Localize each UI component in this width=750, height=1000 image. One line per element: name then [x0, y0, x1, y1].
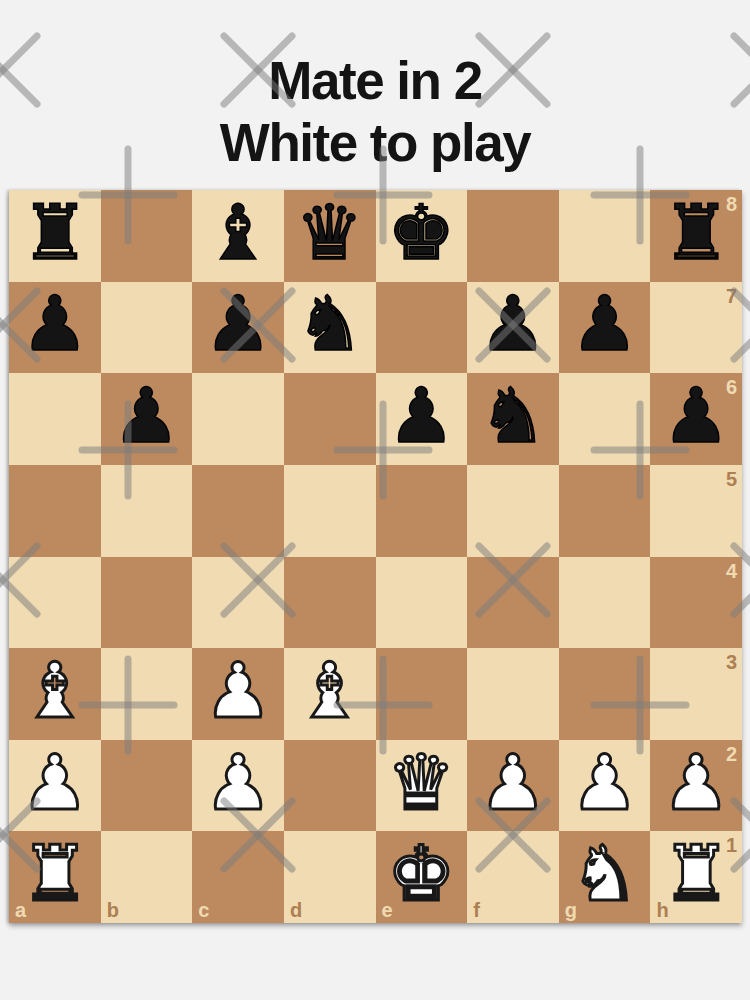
rank-label-8: 8: [726, 194, 737, 214]
square-a5: [9, 465, 101, 557]
square-h1: ♜1h: [650, 831, 742, 923]
square-g8: [559, 190, 651, 282]
puzzle-title-line2: White to play: [0, 112, 750, 174]
square-a8: ♜: [9, 190, 101, 282]
puzzle-title-line1: Mate in 2: [0, 50, 750, 112]
square-d3: ♝: [284, 648, 376, 740]
black-bishop: ♝: [204, 195, 272, 271]
square-f8: [467, 190, 559, 282]
square-g7: ♟: [559, 282, 651, 374]
white-rook: ♜: [21, 836, 89, 912]
black-pawn: ♟: [21, 286, 89, 362]
square-e7: [376, 282, 468, 374]
black-pawn: ♟: [570, 286, 638, 362]
square-f6: ♞: [467, 373, 559, 465]
square-f7: ♟: [467, 282, 559, 374]
square-e1: ♚e: [376, 831, 468, 923]
square-c1: c: [192, 831, 284, 923]
rank-label-3: 3: [726, 652, 737, 672]
square-d2: [284, 740, 376, 832]
square-e8: ♚: [376, 190, 468, 282]
square-f3: [467, 648, 559, 740]
square-e6: ♟: [376, 373, 468, 465]
file-label-c: c: [198, 900, 209, 920]
square-a6: [9, 373, 101, 465]
black-pawn: ♟: [204, 286, 272, 362]
rank-label-7: 7: [726, 286, 737, 306]
black-knight: ♞: [296, 286, 364, 362]
white-bishop: ♝: [21, 653, 89, 729]
square-h5: 5: [650, 465, 742, 557]
file-label-e: e: [382, 900, 393, 920]
square-g2: ♟: [559, 740, 651, 832]
white-pawn: ♟: [21, 745, 89, 821]
square-f5: [467, 465, 559, 557]
square-d5: [284, 465, 376, 557]
square-d1: d: [284, 831, 376, 923]
chess-board: ♜♝♛♚♜8♟♟♞♟♟7♟♟♞♟654♝♟♝3♟♟♛♟♟♟2♜abcd♚ef♞g…: [9, 190, 742, 923]
square-b5: [101, 465, 193, 557]
white-knight: ♞: [570, 836, 638, 912]
square-c6: [192, 373, 284, 465]
square-c3: ♟: [192, 648, 284, 740]
white-queen: ♛: [387, 745, 455, 821]
square-a1: ♜a: [9, 831, 101, 923]
square-g4: [559, 557, 651, 649]
square-c7: ♟: [192, 282, 284, 374]
white-pawn: ♟: [204, 745, 272, 821]
square-c4: [192, 557, 284, 649]
square-b8: [101, 190, 193, 282]
white-pawn: ♟: [570, 745, 638, 821]
file-label-d: d: [290, 900, 302, 920]
square-g6: [559, 373, 651, 465]
square-f2: ♟: [467, 740, 559, 832]
square-d6: [284, 373, 376, 465]
square-h6: ♟6: [650, 373, 742, 465]
square-f4: [467, 557, 559, 649]
file-label-f: f: [473, 900, 480, 920]
square-e2: ♛: [376, 740, 468, 832]
square-b3: [101, 648, 193, 740]
square-b1: b: [101, 831, 193, 923]
square-a3: ♝: [9, 648, 101, 740]
rank-label-6: 6: [726, 377, 737, 397]
square-e3: [376, 648, 468, 740]
black-pawn: ♟: [387, 378, 455, 454]
square-a4: [9, 557, 101, 649]
square-d4: [284, 557, 376, 649]
square-a7: ♟: [9, 282, 101, 374]
square-b6: ♟: [101, 373, 193, 465]
square-b2: [101, 740, 193, 832]
rank-label-4: 4: [726, 561, 737, 581]
square-g3: [559, 648, 651, 740]
square-g1: ♞g: [559, 831, 651, 923]
file-label-b: b: [107, 900, 119, 920]
white-pawn: ♟: [204, 653, 272, 729]
black-queen: ♛: [296, 195, 364, 271]
file-label-h: h: [656, 900, 668, 920]
square-d7: ♞: [284, 282, 376, 374]
square-c5: [192, 465, 284, 557]
square-g5: [559, 465, 651, 557]
square-h3: 3: [650, 648, 742, 740]
square-f1: f: [467, 831, 559, 923]
square-a2: ♟: [9, 740, 101, 832]
black-pawn: ♟: [662, 378, 730, 454]
rank-label-1: 1: [726, 835, 737, 855]
file-label-a: a: [15, 900, 26, 920]
black-knight: ♞: [479, 378, 547, 454]
white-bishop: ♝: [296, 653, 364, 729]
square-e4: [376, 557, 468, 649]
square-c8: ♝: [192, 190, 284, 282]
poster: Mate in 2 White to play ♜♝♛♚♜8♟♟♞♟♟7♟♟♞♟…: [0, 0, 750, 1000]
file-label-g: g: [565, 900, 577, 920]
square-h7: 7: [650, 282, 742, 374]
square-h2: ♟2: [650, 740, 742, 832]
square-h4: 4: [650, 557, 742, 649]
white-rook: ♜: [662, 836, 730, 912]
puzzle-title: Mate in 2 White to play: [0, 50, 750, 174]
square-h8: ♜8: [650, 190, 742, 282]
black-rook: ♜: [662, 195, 730, 271]
square-c2: ♟: [192, 740, 284, 832]
black-rook: ♜: [21, 195, 89, 271]
rank-label-2: 2: [726, 744, 737, 764]
black-pawn: ♟: [112, 378, 180, 454]
square-d8: ♛: [284, 190, 376, 282]
rank-label-5: 5: [726, 469, 737, 489]
white-pawn: ♟: [662, 745, 730, 821]
white-pawn: ♟: [479, 745, 547, 821]
square-b4: [101, 557, 193, 649]
black-pawn: ♟: [479, 286, 547, 362]
square-b7: [101, 282, 193, 374]
square-e5: [376, 465, 468, 557]
white-king: ♚: [387, 836, 455, 912]
black-king: ♚: [387, 195, 455, 271]
